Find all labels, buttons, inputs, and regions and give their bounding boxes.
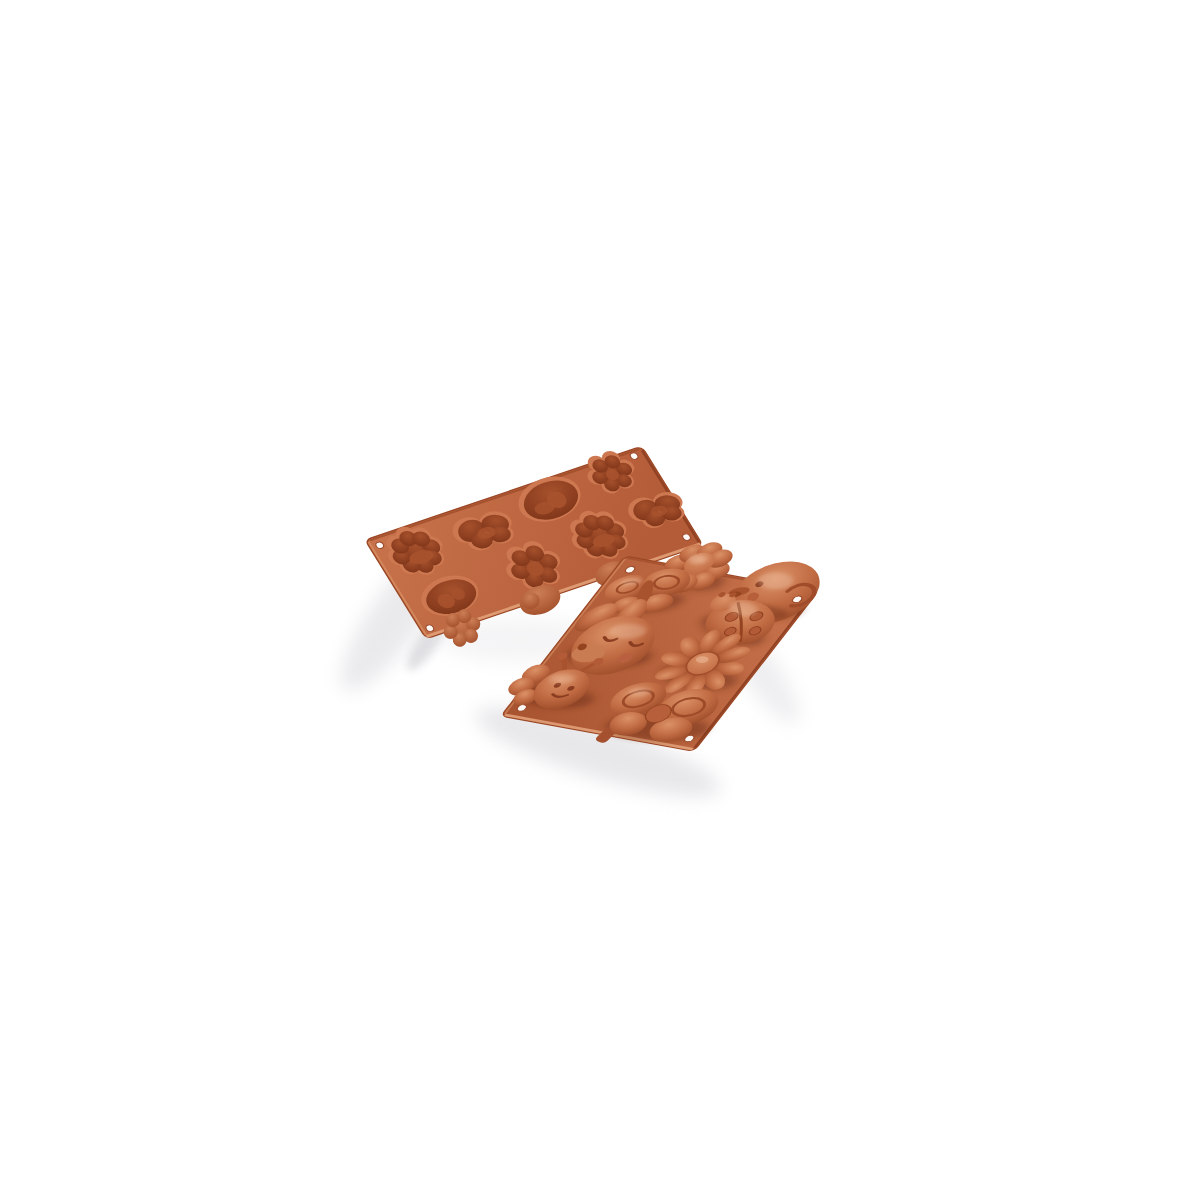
product-photo-canvas (0, 0, 1200, 1200)
scene-svg (0, 0, 1200, 1200)
